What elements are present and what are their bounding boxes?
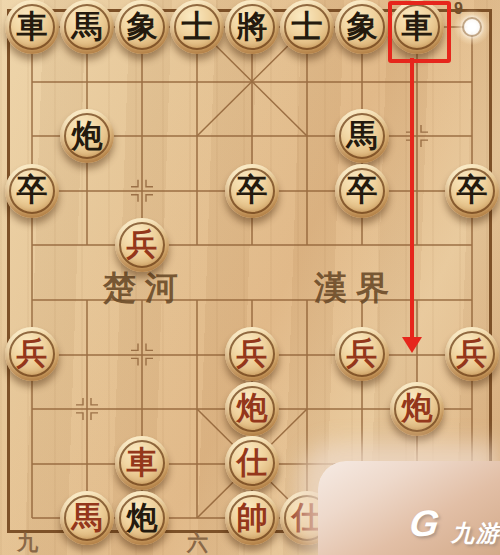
move-arrow-head-icon xyxy=(402,337,422,353)
piece-black-horse-left[interactable]: 馬 xyxy=(60,0,114,54)
piece-glyph: 炮 xyxy=(237,392,268,423)
piece-black-elephant-right[interactable]: 象 xyxy=(335,0,389,54)
piece-red-soldier-1[interactable]: 兵 xyxy=(5,327,59,381)
jiuyou-logo-icon: G xyxy=(407,503,442,545)
piece-black-soldier-1[interactable]: 卒 xyxy=(5,164,59,218)
piece-black-cannon-deep[interactable]: 炮 xyxy=(115,491,169,545)
piece-black-elephant-left[interactable]: 象 xyxy=(115,0,169,54)
piece-glyph: 馬 xyxy=(72,502,103,533)
piece-glyph: 卒 xyxy=(237,174,268,205)
piece-red-soldier-2[interactable]: 兵 xyxy=(225,327,279,381)
piece-red-soldier-4[interactable]: 兵 xyxy=(445,327,499,381)
piece-red-cannon-right[interactable]: 炮 xyxy=(390,382,444,436)
xiangqi-board: 9 楚河 漢界 九 六 車馬象士將士象車炮馬卒卒卒卒炮兵兵兵兵兵炮炮車仕馬帥仕 … xyxy=(0,0,500,555)
piece-glyph: 兵 xyxy=(237,338,268,369)
piece-black-cannon-left[interactable]: 炮 xyxy=(60,109,114,163)
piece-glyph: 馬 xyxy=(72,11,103,42)
piece-glyph: 兵 xyxy=(457,338,488,369)
piece-black-soldier-2[interactable]: 卒 xyxy=(225,164,279,218)
piece-glyph: 卒 xyxy=(17,174,48,205)
piece-glyph: 帥 xyxy=(237,502,268,533)
piece-black-horse-right[interactable]: 馬 xyxy=(335,109,389,163)
piece-red-soldier-crossed[interactable]: 兵 xyxy=(115,218,169,272)
piece-red-horse[interactable]: 馬 xyxy=(60,491,114,545)
piece-red-soldier-3[interactable]: 兵 xyxy=(335,327,389,381)
piece-red-cannon-center[interactable]: 炮 xyxy=(225,382,279,436)
piece-glyph: 兵 xyxy=(127,229,158,260)
piece-glyph: 仕 xyxy=(237,447,268,478)
selected-piece-highlight-box xyxy=(388,1,451,63)
piece-black-advisor-left[interactable]: 士 xyxy=(170,0,224,54)
piece-black-chariot-left[interactable]: 車 xyxy=(5,0,59,54)
piece-glyph: 士 xyxy=(292,11,323,42)
piece-glyph: 象 xyxy=(347,11,378,42)
piece-glyph: 兵 xyxy=(347,338,378,369)
watermark-jiuyou: G 九游 xyxy=(318,461,500,555)
move-origin-glow xyxy=(453,8,491,46)
piece-glyph: 象 xyxy=(127,11,158,42)
piece-glyph: 炮 xyxy=(402,392,433,423)
piece-black-soldier-3[interactable]: 卒 xyxy=(335,164,389,218)
piece-glyph: 車 xyxy=(17,11,48,42)
piece-red-general[interactable]: 帥 xyxy=(225,491,279,545)
river-label-chu-he: 楚河 xyxy=(103,266,187,311)
piece-glyph: 卒 xyxy=(457,174,488,205)
piece-glyph: 士 xyxy=(182,11,213,42)
piece-glyph: 卒 xyxy=(347,174,378,205)
move-arrow-shaft xyxy=(410,58,414,338)
piece-glyph: 炮 xyxy=(127,502,158,533)
piece-black-general[interactable]: 將 xyxy=(225,0,279,54)
piece-glyph: 馬 xyxy=(347,120,378,151)
piece-black-advisor-right[interactable]: 士 xyxy=(280,0,334,54)
piece-glyph: 兵 xyxy=(17,338,48,369)
jiuyou-logo-text: 九游 xyxy=(451,518,500,549)
piece-glyph: 將 xyxy=(237,11,268,42)
piece-glyph: 車 xyxy=(127,447,158,478)
piece-black-soldier-4[interactable]: 卒 xyxy=(445,164,499,218)
file-label-bottom-jiu: 九 xyxy=(17,529,38,555)
river-label-han-jie: 漢界 xyxy=(314,266,398,311)
file-label-bottom-liu: 六 xyxy=(187,529,208,555)
piece-glyph: 炮 xyxy=(72,120,103,151)
